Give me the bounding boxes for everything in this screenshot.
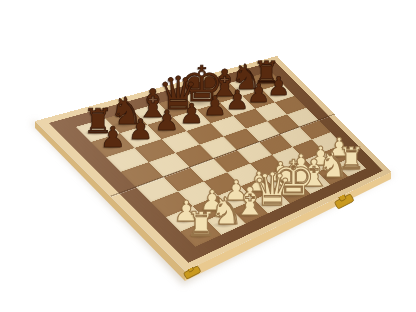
black-pawn-d7[interactable]: ♟︎ <box>179 100 204 127</box>
black-pawn-e7[interactable]: ♟︎ <box>203 93 227 120</box>
black-pawn-f7[interactable]: ♟︎ <box>226 86 250 112</box>
black-pawn-g7[interactable]: ♟︎ <box>247 80 270 106</box>
black-pawn-a7[interactable]: ♟︎ <box>100 124 126 153</box>
chess-set-photo: ♜︎♞︎♟︎♝︎♟︎♚︎♟︎♛︎♟︎♝︎♟︎♞︎♟︎♜︎♟︎♟︎♟︎♟︎♜︎♟︎… <box>0 0 416 312</box>
black-pawn-c7[interactable]: ♟︎ <box>154 108 179 136</box>
black-pawn-b7[interactable]: ♟︎ <box>128 115 153 143</box>
white-rook-a1[interactable]: ♜︎ <box>186 208 216 242</box>
black-pawn-h7[interactable]: ♟︎ <box>267 74 290 100</box>
